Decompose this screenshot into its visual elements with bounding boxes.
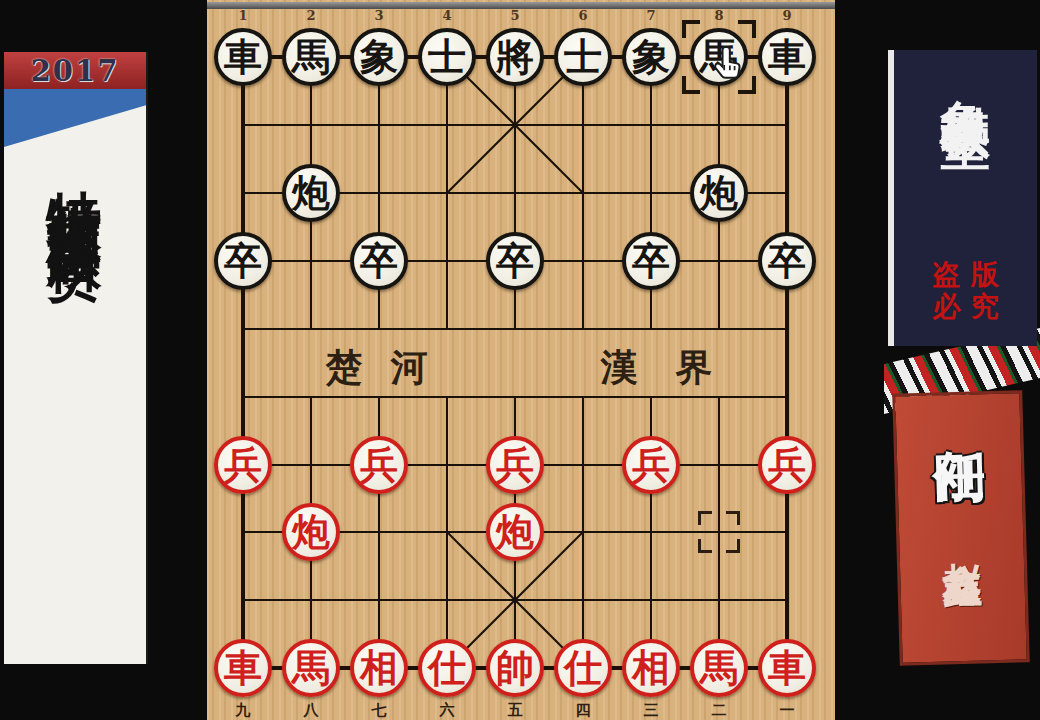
piece-red-車[interactable]: 車: [758, 639, 816, 697]
piece-red-車[interactable]: 車: [214, 639, 272, 697]
river-label: 楚: [322, 343, 366, 393]
file-label-top: 9: [777, 8, 797, 23]
piece-black-象[interactable]: 象: [622, 28, 680, 86]
piece-black-士[interactable]: 士: [418, 28, 476, 86]
piece-red-兵[interactable]: 兵: [350, 436, 408, 494]
river-label: 界: [672, 343, 716, 393]
file-label-bottom: 二: [707, 701, 731, 720]
banner-blue-wedge: [4, 89, 146, 147]
piece-red-馬[interactable]: 馬: [282, 639, 340, 697]
piece-black-卒[interactable]: 卒: [622, 232, 680, 290]
selection-brackets: [682, 20, 756, 94]
piracy-warning-line2: 必究: [894, 288, 1037, 326]
piece-red-兵[interactable]: 兵: [622, 436, 680, 494]
file-label-bottom: 八: [299, 701, 323, 720]
vacated-point-marker: [698, 511, 740, 553]
piece-black-卒[interactable]: 卒: [486, 232, 544, 290]
piece-red-兵[interactable]: 兵: [758, 436, 816, 494]
file-label-top: 3: [369, 8, 389, 23]
river-label: 河: [387, 343, 431, 393]
xiangqi-board[interactable]: 車馬象士將士象馬車炮炮卒卒卒卒卒兵兵兵兵兵炮炮車馬相仕帥仕相馬車 1234567…: [207, 0, 835, 720]
piece-red-相[interactable]: 相: [622, 639, 680, 697]
file-label-top: 7: [641, 8, 661, 23]
piece-black-卒[interactable]: 卒: [758, 232, 816, 290]
file-label-top: 1: [233, 8, 253, 23]
file-label-bottom: 一: [775, 701, 799, 720]
file-label-bottom: 七: [367, 701, 391, 720]
piece-black-炮[interactable]: 炮: [282, 164, 340, 222]
left-banner-title: 特级大师棋路欣赏: [48, 146, 103, 210]
right-banner-top: 象棋教室 盗版 必究: [888, 50, 1037, 346]
piece-red-仕[interactable]: 仕: [418, 639, 476, 697]
piece-red-相[interactable]: 相: [350, 639, 408, 697]
piece-black-馬[interactable]: 馬: [282, 28, 340, 86]
file-label-bottom: 九: [231, 701, 255, 720]
piece-red-炮[interactable]: 炮: [486, 503, 544, 561]
player-name: 赵鑫鑫: [940, 530, 982, 537]
board-grid-lines: [207, 0, 835, 720]
river-label: 漢: [597, 343, 641, 393]
piece-black-車[interactable]: 車: [758, 28, 816, 86]
presenter-name: 任刚: [932, 408, 984, 413]
piece-black-卒[interactable]: 卒: [214, 232, 272, 290]
file-label-bottom: 三: [639, 701, 663, 720]
app-frame: 車馬象士將士象馬車炮炮卒卒卒卒卒兵兵兵兵兵炮炮車馬相仕帥仕相馬車 1234567…: [0, 0, 1040, 720]
file-label-top: 6: [573, 8, 593, 23]
piece-black-士[interactable]: 士: [554, 28, 612, 86]
piece-black-炮[interactable]: 炮: [690, 164, 748, 222]
file-label-bottom: 四: [571, 701, 595, 720]
piece-black-象[interactable]: 象: [350, 28, 408, 86]
piece-red-帥[interactable]: 帥: [486, 639, 544, 697]
file-label-bottom: 六: [435, 701, 459, 720]
file-label-top: 2: [301, 8, 321, 23]
piece-red-仕[interactable]: 仕: [554, 639, 612, 697]
left-banner: 2017 特级大师棋路欣赏: [4, 52, 146, 664]
piece-red-兵[interactable]: 兵: [214, 436, 272, 494]
file-label-bottom: 五: [503, 701, 527, 720]
file-label-top: 4: [437, 8, 457, 23]
piece-black-卒[interactable]: 卒: [350, 232, 408, 290]
right-banner-bottom: 任刚 赵鑫鑫: [892, 390, 1030, 666]
piece-red-炮[interactable]: 炮: [282, 503, 340, 561]
year-badge: 2017: [4, 52, 146, 89]
piece-black-車[interactable]: 車: [214, 28, 272, 86]
piece-black-將[interactable]: 將: [486, 28, 544, 86]
piece-red-馬[interactable]: 馬: [690, 639, 748, 697]
channel-title: 象棋教室: [941, 60, 991, 84]
piece-red-兵[interactable]: 兵: [486, 436, 544, 494]
file-label-top: 5: [505, 8, 525, 23]
